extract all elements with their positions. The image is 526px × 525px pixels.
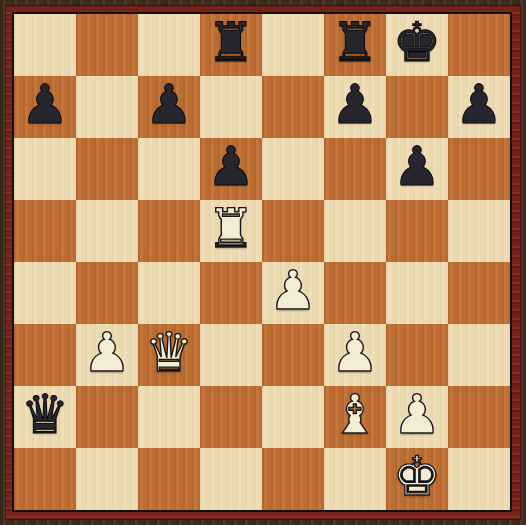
square-c8[interactable]: [138, 14, 200, 76]
square-d8[interactable]: ♜: [200, 14, 262, 76]
square-c2[interactable]: [138, 386, 200, 448]
square-g6[interactable]: ♟: [386, 138, 448, 200]
square-b5[interactable]: [76, 200, 138, 262]
square-h8[interactable]: [448, 14, 510, 76]
square-g5[interactable]: [386, 200, 448, 262]
piece-black-pawn[interactable]: ♟: [393, 140, 441, 194]
square-f7[interactable]: ♟: [324, 76, 386, 138]
square-b6[interactable]: [76, 138, 138, 200]
square-g8[interactable]: ♚: [386, 14, 448, 76]
piece-black-pawn[interactable]: ♟: [331, 78, 379, 132]
square-d7[interactable]: [200, 76, 262, 138]
square-a8[interactable]: [14, 14, 76, 76]
square-a2[interactable]: ♛: [14, 386, 76, 448]
square-e5[interactable]: [262, 200, 324, 262]
piece-white-pawn[interactable]: ♟: [393, 388, 441, 442]
square-c1[interactable]: [138, 448, 200, 510]
square-f4[interactable]: [324, 262, 386, 324]
square-h2[interactable]: [448, 386, 510, 448]
square-b8[interactable]: [76, 14, 138, 76]
piece-white-king[interactable]: ♚: [393, 450, 441, 504]
square-b2[interactable]: [76, 386, 138, 448]
square-e3[interactable]: [262, 324, 324, 386]
square-g2[interactable]: ♟: [386, 386, 448, 448]
piece-white-pawn[interactable]: ♟: [83, 326, 131, 380]
square-d1[interactable]: [200, 448, 262, 510]
piece-black-pawn[interactable]: ♟: [145, 78, 193, 132]
square-b1[interactable]: [76, 448, 138, 510]
square-a5[interactable]: [14, 200, 76, 262]
square-c4[interactable]: [138, 262, 200, 324]
square-h1[interactable]: [448, 448, 510, 510]
square-a6[interactable]: [14, 138, 76, 200]
square-h6[interactable]: [448, 138, 510, 200]
piece-white-pawn[interactable]: ♟: [269, 264, 317, 318]
chess-app: ♜♜♚♟♟♟♟♟♟♜♟♟♛♟♛♝♟♚: [0, 0, 526, 525]
chess-board: ♜♜♚♟♟♟♟♟♟♜♟♟♛♟♛♝♟♚: [14, 14, 510, 510]
square-g7[interactable]: [386, 76, 448, 138]
square-e2[interactable]: [262, 386, 324, 448]
square-f8[interactable]: ♜: [324, 14, 386, 76]
piece-white-pawn[interactable]: ♟: [331, 326, 379, 380]
square-d5[interactable]: ♜: [200, 200, 262, 262]
square-c5[interactable]: [138, 200, 200, 262]
piece-black-rook[interactable]: ♜: [207, 16, 255, 70]
piece-white-bishop[interactable]: ♝: [331, 388, 379, 442]
piece-white-rook[interactable]: ♜: [207, 202, 255, 256]
square-h5[interactable]: [448, 200, 510, 262]
square-d2[interactable]: [200, 386, 262, 448]
square-e1[interactable]: [262, 448, 324, 510]
square-c6[interactable]: [138, 138, 200, 200]
piece-black-rook[interactable]: ♜: [331, 16, 379, 70]
square-f5[interactable]: [324, 200, 386, 262]
square-a7[interactable]: ♟: [14, 76, 76, 138]
square-d3[interactable]: [200, 324, 262, 386]
square-d6[interactable]: ♟: [200, 138, 262, 200]
square-e8[interactable]: [262, 14, 324, 76]
square-h7[interactable]: ♟: [448, 76, 510, 138]
square-g3[interactable]: [386, 324, 448, 386]
square-f3[interactable]: ♟: [324, 324, 386, 386]
square-c7[interactable]: ♟: [138, 76, 200, 138]
square-a3[interactable]: [14, 324, 76, 386]
piece-black-pawn[interactable]: ♟: [455, 78, 503, 132]
square-e4[interactable]: ♟: [262, 262, 324, 324]
square-f2[interactable]: ♝: [324, 386, 386, 448]
square-b3[interactable]: ♟: [76, 324, 138, 386]
piece-black-pawn[interactable]: ♟: [21, 78, 69, 132]
piece-black-king[interactable]: ♚: [393, 16, 441, 70]
square-g1[interactable]: ♚: [386, 448, 448, 510]
square-e6[interactable]: [262, 138, 324, 200]
square-b7[interactable]: [76, 76, 138, 138]
piece-white-queen[interactable]: ♛: [145, 326, 193, 380]
square-f6[interactable]: [324, 138, 386, 200]
square-a1[interactable]: [14, 448, 76, 510]
piece-black-queen[interactable]: ♛: [21, 388, 69, 442]
square-g4[interactable]: [386, 262, 448, 324]
square-h4[interactable]: [448, 262, 510, 324]
square-f1[interactable]: [324, 448, 386, 510]
square-e7[interactable]: [262, 76, 324, 138]
square-b4[interactable]: [76, 262, 138, 324]
square-c3[interactable]: ♛: [138, 324, 200, 386]
piece-black-pawn[interactable]: ♟: [207, 140, 255, 194]
square-a4[interactable]: [14, 262, 76, 324]
square-d4[interactable]: [200, 262, 262, 324]
square-h3[interactable]: [448, 324, 510, 386]
